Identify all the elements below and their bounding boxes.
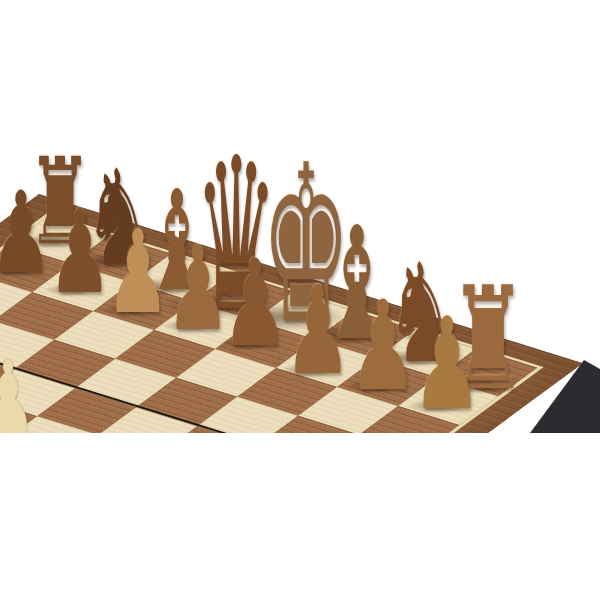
black-pawn-e7: ♟ <box>222 244 289 364</box>
photo-stage: ♜♞♟♝♟♛♟♚♟♝♟♞♟♜♟♟♟ <box>0 0 600 600</box>
photo-bottom-crop <box>0 433 600 600</box>
black-pawn-f7: ♟ <box>284 270 352 392</box>
black-pawn-c7: ♟ <box>106 215 170 330</box>
black-pawn-h7: ♟ <box>412 301 483 428</box>
black-pawn-b7: ♟ <box>48 195 112 310</box>
black-pawn-a7: ♟ <box>0 177 52 290</box>
black-pawn-d7: ♟ <box>166 231 230 347</box>
black-pawn-g7: ♟ <box>349 284 418 408</box>
